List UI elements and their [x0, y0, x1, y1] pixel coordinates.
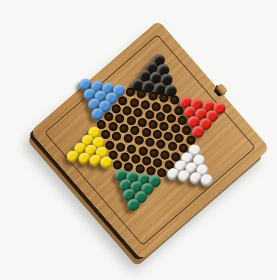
board-hole[interactable] [149, 147, 159, 157]
board-hole[interactable] [125, 87, 135, 97]
board-hole[interactable] [151, 101, 161, 111]
board-hole[interactable] [159, 121, 169, 131]
board-hole[interactable] [144, 109, 154, 119]
board-hole[interactable] [136, 89, 146, 99]
board-hole[interactable] [162, 103, 172, 113]
peg-yellow[interactable] [99, 156, 113, 170]
board-hole[interactable] [127, 144, 137, 154]
board-hole[interactable] [115, 113, 125, 123]
board-hole[interactable] [147, 91, 157, 101]
board-hole[interactable] [140, 99, 150, 109]
board-hole[interactable] [129, 97, 139, 107]
board-hole[interactable] [142, 156, 152, 166]
board-hole[interactable] [155, 111, 165, 121]
board-hole[interactable] [130, 154, 140, 164]
board-hole[interactable] [119, 123, 129, 133]
board-hole[interactable] [169, 95, 179, 105]
photo-background [0, 0, 277, 280]
board-hole[interactable] [134, 135, 144, 145]
board-hole[interactable] [118, 95, 128, 105]
board-hole[interactable] [181, 125, 191, 135]
board-hole[interactable] [145, 137, 155, 147]
board-hole[interactable] [107, 121, 117, 131]
peg-green[interactable] [126, 198, 140, 212]
board-hole[interactable] [126, 115, 136, 125]
board-hole[interactable] [115, 142, 125, 152]
board-hole[interactable] [138, 146, 148, 156]
board-hole[interactable] [119, 152, 129, 162]
board-hole[interactable] [133, 107, 143, 117]
board-hole[interactable] [111, 132, 121, 142]
board-hole[interactable] [166, 113, 176, 123]
board-hole[interactable] [170, 123, 180, 133]
board-hole[interactable] [152, 129, 162, 139]
board-hole[interactable] [167, 141, 177, 151]
board-hole[interactable] [160, 149, 170, 159]
board-hole[interactable] [122, 105, 132, 115]
board-hole[interactable] [158, 93, 168, 103]
board-hole[interactable] [123, 134, 133, 144]
star-grid [63, 42, 229, 224]
board-hole[interactable] [156, 139, 166, 149]
board-hole[interactable] [103, 111, 113, 121]
board-hole[interactable] [163, 131, 173, 141]
board-hole[interactable] [111, 103, 121, 113]
board-hole[interactable] [137, 117, 147, 127]
board-hole[interactable] [153, 158, 163, 168]
